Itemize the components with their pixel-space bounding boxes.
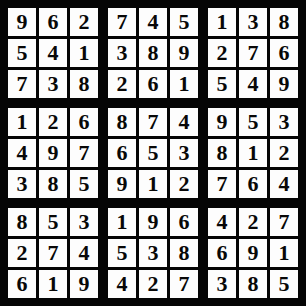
sudoku-cell[interactable]: 6 bbox=[70, 108, 98, 136]
sudoku-cell[interactable]: 2 bbox=[208, 39, 236, 67]
sudoku-cell[interactable]: 4 bbox=[39, 39, 67, 67]
sudoku-cell[interactable]: 8 bbox=[208, 139, 236, 167]
sudoku-cell[interactable]: 4 bbox=[239, 70, 267, 98]
sudoku-box: 853274619 bbox=[8, 208, 98, 298]
sudoku-cell[interactable]: 5 bbox=[108, 239, 136, 267]
sudoku-cell[interactable]: 4 bbox=[108, 270, 136, 298]
sudoku-cell[interactable]: 2 bbox=[270, 139, 298, 167]
sudoku-cell[interactable]: 1 bbox=[8, 108, 36, 136]
sudoku-cell[interactable]: 8 bbox=[70, 70, 98, 98]
sudoku-cell[interactable]: 7 bbox=[270, 208, 298, 236]
sudoku-cell[interactable]: 5 bbox=[139, 139, 167, 167]
sudoku-cell[interactable]: 7 bbox=[70, 139, 98, 167]
sudoku-cell[interactable]: 1 bbox=[170, 70, 198, 98]
sudoku-cell[interactable]: 2 bbox=[170, 170, 198, 198]
sudoku-cell[interactable]: 1 bbox=[208, 8, 236, 36]
sudoku-box: 138276549 bbox=[208, 8, 298, 98]
sudoku-cell[interactable]: 4 bbox=[170, 108, 198, 136]
sudoku-cell[interactable]: 9 bbox=[8, 8, 36, 36]
sudoku-cell[interactable]: 7 bbox=[108, 8, 136, 36]
sudoku-cell[interactable]: 3 bbox=[8, 170, 36, 198]
sudoku-cell[interactable]: 7 bbox=[139, 108, 167, 136]
sudoku-cell[interactable]: 3 bbox=[70, 208, 98, 236]
sudoku-cell[interactable]: 9 bbox=[208, 108, 236, 136]
sudoku-cell[interactable]: 1 bbox=[70, 39, 98, 67]
sudoku-cell[interactable]: 2 bbox=[8, 239, 36, 267]
sudoku-cell[interactable]: 8 bbox=[239, 270, 267, 298]
sudoku-cell[interactable]: 5 bbox=[39, 208, 67, 236]
sudoku-cell[interactable]: 2 bbox=[70, 8, 98, 36]
sudoku-cell[interactable]: 8 bbox=[170, 239, 198, 267]
sudoku-cell[interactable]: 2 bbox=[108, 70, 136, 98]
sudoku-cell[interactable]: 9 bbox=[70, 270, 98, 298]
sudoku-cell[interactable]: 9 bbox=[139, 208, 167, 236]
sudoku-cell[interactable]: 5 bbox=[208, 70, 236, 98]
sudoku-cell[interactable]: 6 bbox=[208, 239, 236, 267]
sudoku-cell[interactable]: 6 bbox=[170, 208, 198, 236]
sudoku-cell[interactable]: 4 bbox=[208, 208, 236, 236]
sudoku-cell[interactable]: 3 bbox=[208, 270, 236, 298]
sudoku-cell[interactable]: 6 bbox=[139, 70, 167, 98]
sudoku-cell[interactable]: 6 bbox=[8, 270, 36, 298]
sudoku-cell[interactable]: 1 bbox=[139, 170, 167, 198]
sudoku-cell[interactable]: 9 bbox=[239, 239, 267, 267]
sudoku-cell[interactable]: 7 bbox=[8, 70, 36, 98]
sudoku-box: 126497385 bbox=[8, 108, 98, 198]
sudoku-cell[interactable]: 3 bbox=[270, 108, 298, 136]
sudoku-cell[interactable]: 5 bbox=[170, 8, 198, 36]
sudoku-cell[interactable]: 6 bbox=[270, 39, 298, 67]
sudoku-cell[interactable]: 3 bbox=[139, 239, 167, 267]
sudoku-cell[interactable]: 3 bbox=[39, 70, 67, 98]
sudoku-cell[interactable]: 7 bbox=[208, 170, 236, 198]
sudoku-cell[interactable]: 6 bbox=[239, 170, 267, 198]
sudoku-cell[interactable]: 2 bbox=[239, 208, 267, 236]
sudoku-cell[interactable]: 9 bbox=[39, 139, 67, 167]
sudoku-cell[interactable]: 5 bbox=[70, 170, 98, 198]
sudoku-box: 196538427 bbox=[108, 208, 198, 298]
sudoku-cell[interactable]: 7 bbox=[39, 239, 67, 267]
sudoku-cell[interactable]: 3 bbox=[108, 39, 136, 67]
sudoku-box: 953812764 bbox=[208, 108, 298, 198]
sudoku-box: 962541738 bbox=[8, 8, 98, 98]
sudoku-cell[interactable]: 5 bbox=[239, 108, 267, 136]
sudoku-cell[interactable]: 8 bbox=[39, 170, 67, 198]
sudoku-cell[interactable]: 2 bbox=[39, 108, 67, 136]
sudoku-cell[interactable]: 4 bbox=[139, 8, 167, 36]
sudoku-cell[interactable]: 9 bbox=[108, 170, 136, 198]
sudoku-cell[interactable]: 9 bbox=[170, 39, 198, 67]
sudoku-cell[interactable]: 2 bbox=[139, 270, 167, 298]
sudoku-cell[interactable]: 1 bbox=[39, 270, 67, 298]
sudoku-cell[interactable]: 4 bbox=[270, 170, 298, 198]
sudoku-cell[interactable]: 8 bbox=[108, 108, 136, 136]
sudoku-cell[interactable]: 3 bbox=[170, 139, 198, 167]
sudoku-cell[interactable]: 4 bbox=[8, 139, 36, 167]
sudoku-board: 9625417387453892611382765491264973858746… bbox=[8, 8, 298, 298]
sudoku-cell[interactable]: 1 bbox=[108, 208, 136, 236]
sudoku-cell[interactable]: 5 bbox=[8, 39, 36, 67]
sudoku-cell[interactable]: 5 bbox=[270, 270, 298, 298]
sudoku-cell[interactable]: 9 bbox=[270, 70, 298, 98]
sudoku-box: 874653912 bbox=[108, 108, 198, 198]
sudoku-box: 427691385 bbox=[208, 208, 298, 298]
sudoku-cell[interactable]: 6 bbox=[108, 139, 136, 167]
sudoku-box: 745389261 bbox=[108, 8, 198, 98]
sudoku-cell[interactable]: 6 bbox=[39, 8, 67, 36]
sudoku-cell[interactable]: 7 bbox=[239, 39, 267, 67]
sudoku-cell[interactable]: 3 bbox=[239, 8, 267, 36]
sudoku-cell[interactable]: 1 bbox=[270, 239, 298, 267]
sudoku-board-frame: 9625417387453892611382765491264973858746… bbox=[0, 0, 306, 306]
sudoku-cell[interactable]: 4 bbox=[70, 239, 98, 267]
sudoku-cell[interactable]: 8 bbox=[139, 39, 167, 67]
sudoku-cell[interactable]: 8 bbox=[8, 208, 36, 236]
sudoku-cell[interactable]: 1 bbox=[239, 139, 267, 167]
sudoku-cell[interactable]: 8 bbox=[270, 8, 298, 36]
sudoku-cell[interactable]: 7 bbox=[170, 270, 198, 298]
